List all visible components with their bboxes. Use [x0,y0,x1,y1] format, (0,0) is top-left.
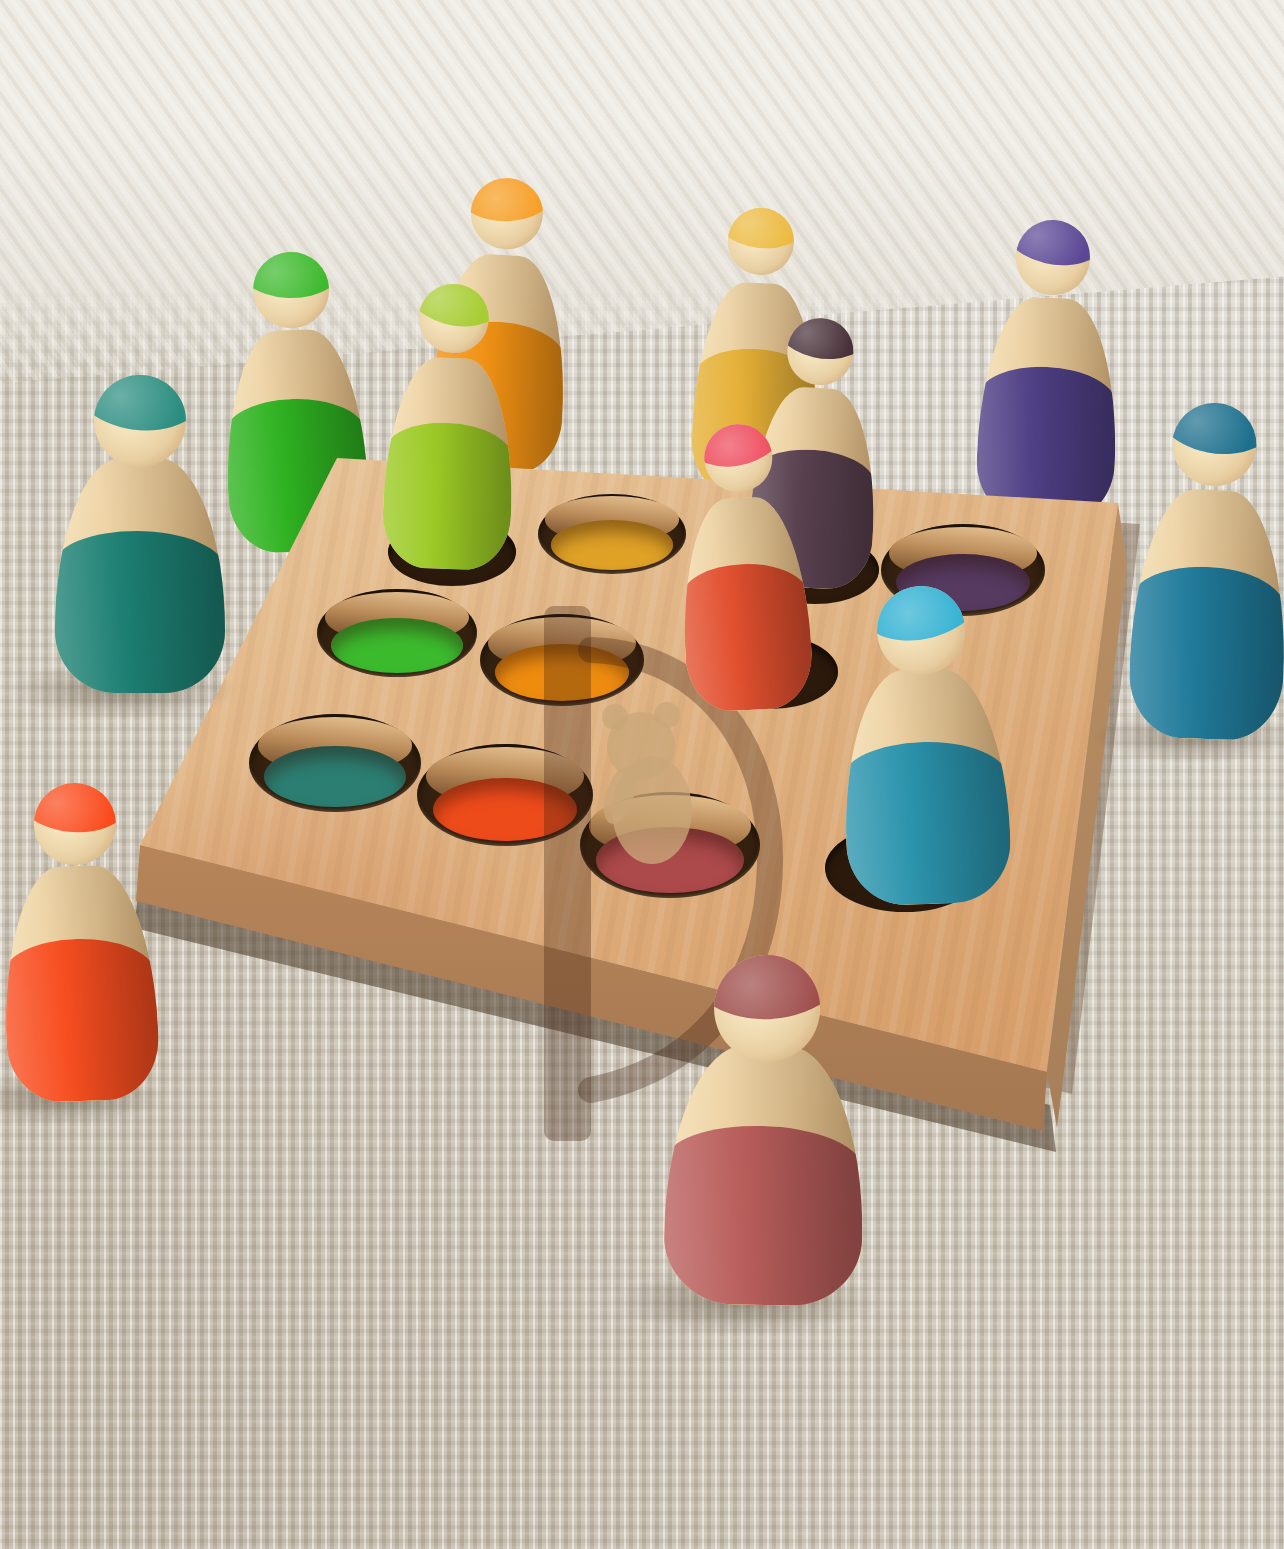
doll-shading [1127,488,1284,742]
hole-r3c3-rose [580,792,760,898]
peg-doll-teal [55,375,225,693]
peg-doll-lime [381,282,519,571]
hole-bottom-rose [596,827,744,893]
scene [0,0,1284,1549]
doll-head-vermilion [32,782,117,867]
doll-shading [663,1044,865,1306]
doll-head-plum [785,316,855,386]
doll-cap-rose [713,954,822,1025]
doll-shading [381,356,516,571]
hole-r1c2-yellow [538,494,686,574]
hole-r2c2-orange [480,614,644,706]
hole-bottom-green [331,618,462,673]
doll-cap-skyblue [875,585,967,655]
doll-head-teal [94,375,186,467]
doll-cap-red [703,422,774,478]
peg-doll-vermilion [0,780,161,1103]
doll-body-lime [381,356,516,571]
doll-shading [840,666,1012,907]
doll-body-steelblue [1127,488,1284,742]
doll-cap-steelblue [1171,402,1257,466]
doll-shading [677,495,814,713]
hole-bottom-yellow [551,520,672,570]
hole-r2c1-green [317,589,477,677]
doll-cap-plum [785,316,855,369]
doll-head-skyblue [875,585,967,677]
hole-r3c1-teal [249,714,421,812]
doll-body-vermilion [0,863,160,1103]
doll-head-steelblue [1171,402,1257,488]
doll-body-rose [663,1044,865,1306]
doll-cap-teal [94,375,186,440]
doll-head-lime [418,283,489,354]
doll-head-red [703,422,774,493]
doll-body-red [677,495,814,713]
peg-doll-red [674,421,815,713]
hole-bottom-teal [264,746,405,807]
hole-bottom-vermilion [433,778,577,841]
doll-cap-lime [418,283,489,339]
peg-doll-steelblue [1127,400,1284,741]
doll-shading [0,863,160,1103]
doll-body-skyblue [840,666,1012,907]
hole-r3c2-vermilion [417,744,593,846]
doll-cap-vermilion [32,782,117,839]
peg-doll-skyblue [838,583,1013,907]
doll-shading [55,458,225,693]
doll-head-rose [713,954,822,1063]
doll-body-teal [55,458,225,693]
peg-doll-rose [663,953,867,1306]
hole-bottom-orange [495,644,630,701]
